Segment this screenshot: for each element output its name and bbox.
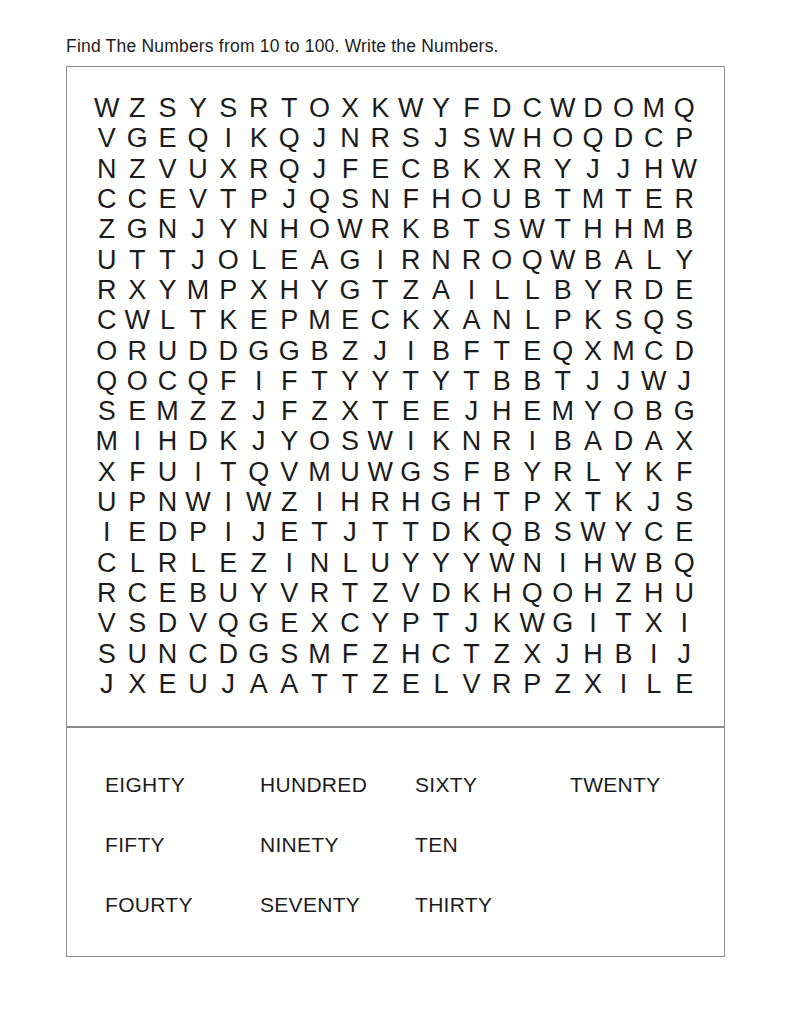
grid-cell[interactable]: I	[365, 245, 395, 275]
grid-cell[interactable]: R	[517, 154, 547, 184]
grid-cell[interactable]: S	[456, 124, 486, 154]
grid-cell[interactable]: C	[517, 94, 547, 124]
grid-cell[interactable]: I	[608, 669, 638, 699]
grid-cell[interactable]: H	[396, 487, 426, 517]
grid-cell[interactable]: N	[152, 639, 182, 669]
grid-cell[interactable]: T	[456, 639, 486, 669]
grid-cell[interactable]: R	[487, 669, 517, 699]
grid-cell[interactable]: O	[92, 336, 122, 366]
grid-cell[interactable]: P	[183, 518, 213, 548]
grid-cell[interactable]: H	[396, 639, 426, 669]
grid-cell[interactable]: S	[152, 94, 182, 124]
grid-cell[interactable]: C	[639, 124, 669, 154]
grid-cell[interactable]: A	[639, 427, 669, 457]
grid-cell[interactable]: J	[335, 518, 365, 548]
grid-cell[interactable]: Y	[426, 366, 456, 396]
grid-cell[interactable]: Z	[244, 548, 274, 578]
grid-cell[interactable]: I	[213, 124, 243, 154]
grid-cell[interactable]: O	[547, 124, 577, 154]
grid-cell[interactable]: T	[304, 518, 334, 548]
grid-cell[interactable]: N	[92, 154, 122, 184]
grid-cell[interactable]: Z	[365, 639, 395, 669]
grid-cell[interactable]: N	[244, 215, 274, 245]
grid-cell[interactable]: T	[365, 397, 395, 427]
grid-cell[interactable]: Q	[578, 124, 608, 154]
grid-cell[interactable]: T	[213, 457, 243, 487]
grid-cell[interactable]: L	[152, 306, 182, 336]
grid-cell[interactable]: Y	[274, 427, 304, 457]
grid-cell[interactable]: G	[547, 609, 577, 639]
grid-cell[interactable]: E	[517, 397, 547, 427]
grid-cell[interactable]: M	[183, 275, 213, 305]
grid-cell[interactable]: H	[152, 427, 182, 457]
grid-cell[interactable]: I	[639, 639, 669, 669]
grid-cell[interactable]: R	[244, 94, 274, 124]
grid-cell[interactable]: K	[213, 427, 243, 457]
grid-cell[interactable]: R	[304, 578, 334, 608]
grid-cell[interactable]: L	[517, 306, 547, 336]
grid-cell[interactable]: X	[487, 154, 517, 184]
grid-cell[interactable]: R	[487, 427, 517, 457]
grid-cell[interactable]: J	[92, 669, 122, 699]
grid-cell[interactable]: B	[517, 366, 547, 396]
grid-cell[interactable]: P	[517, 487, 547, 517]
grid-cell[interactable]: A	[456, 306, 486, 336]
grid-cell[interactable]: G	[335, 245, 365, 275]
grid-cell[interactable]: P	[244, 184, 274, 214]
grid-cell[interactable]: R	[152, 548, 182, 578]
grid-cell[interactable]: B	[487, 457, 517, 487]
grid-cell[interactable]: E	[639, 184, 669, 214]
grid-cell[interactable]: D	[152, 518, 182, 548]
grid-cell[interactable]: N	[152, 215, 182, 245]
grid-cell[interactable]: H	[456, 487, 486, 517]
grid-cell[interactable]: Q	[213, 609, 243, 639]
grid-cell[interactable]: J	[578, 366, 608, 396]
grid-cell[interactable]: S	[213, 94, 243, 124]
grid-cell[interactable]: R	[365, 215, 395, 245]
grid-cell[interactable]: S	[92, 639, 122, 669]
grid-cell[interactable]: A	[274, 669, 304, 699]
grid-cell[interactable]: H	[608, 215, 638, 245]
grid-cell[interactable]: W	[487, 124, 517, 154]
grid-cell[interactable]: V	[183, 609, 213, 639]
grid-cell[interactable]: H	[335, 487, 365, 517]
grid-cell[interactable]: S	[426, 457, 456, 487]
grid-cell[interactable]: E	[365, 154, 395, 184]
grid-cell[interactable]: X	[669, 427, 699, 457]
grid-cell[interactable]: K	[426, 427, 456, 457]
grid-cell[interactable]: D	[608, 427, 638, 457]
grid-cell[interactable]: W	[365, 457, 395, 487]
grid-cell[interactable]: K	[365, 94, 395, 124]
grid-cell[interactable]: K	[608, 487, 638, 517]
grid-cell[interactable]: B	[426, 215, 456, 245]
grid-cell[interactable]: F	[122, 457, 152, 487]
grid-cell[interactable]: K	[244, 124, 274, 154]
grid-cell[interactable]: B	[639, 548, 669, 578]
grid-cell[interactable]: J	[669, 366, 699, 396]
grid-cell[interactable]: T	[152, 245, 182, 275]
grid-cell[interactable]: T	[547, 215, 577, 245]
grid-cell[interactable]: U	[365, 548, 395, 578]
grid-cell[interactable]: R	[547, 457, 577, 487]
grid-cell[interactable]: W	[578, 518, 608, 548]
grid-cell[interactable]: W	[517, 215, 547, 245]
grid-cell[interactable]: P	[547, 306, 577, 336]
grid-cell[interactable]: J	[274, 184, 304, 214]
grid-cell[interactable]: A	[578, 427, 608, 457]
grid-cell[interactable]: Y	[426, 94, 456, 124]
grid-cell[interactable]: J	[244, 427, 274, 457]
grid-cell[interactable]: R	[456, 245, 486, 275]
grid-cell[interactable]: C	[639, 518, 669, 548]
grid-cell[interactable]: Z	[608, 578, 638, 608]
grid-cell[interactable]: P	[396, 609, 426, 639]
grid-cell[interactable]: E	[669, 275, 699, 305]
grid-cell[interactable]: D	[487, 94, 517, 124]
grid-cell[interactable]: J	[183, 245, 213, 275]
grid-cell[interactable]: T	[578, 487, 608, 517]
grid-cell[interactable]: J	[669, 639, 699, 669]
grid-cell[interactable]: U	[152, 457, 182, 487]
grid-cell[interactable]: J	[213, 669, 243, 699]
grid-cell[interactable]: Z	[396, 275, 426, 305]
grid-cell[interactable]: W	[639, 366, 669, 396]
grid-cell[interactable]: L	[517, 275, 547, 305]
grid-cell[interactable]: Z	[213, 397, 243, 427]
grid-cell[interactable]: X	[122, 669, 152, 699]
grid-cell[interactable]: J	[365, 336, 395, 366]
grid-cell[interactable]: N	[517, 548, 547, 578]
grid-cell[interactable]: P	[669, 124, 699, 154]
grid-cell[interactable]: R	[92, 578, 122, 608]
grid-cell[interactable]: F	[335, 639, 365, 669]
grid-cell[interactable]: Q	[487, 518, 517, 548]
grid-cell[interactable]: U	[92, 487, 122, 517]
grid-cell[interactable]: X	[244, 275, 274, 305]
grid-cell[interactable]: D	[213, 639, 243, 669]
grid-cell[interactable]: L	[426, 669, 456, 699]
grid-cell[interactable]: I	[517, 427, 547, 457]
grid-cell[interactable]: Y	[213, 215, 243, 245]
grid-cell[interactable]: W	[183, 487, 213, 517]
grid-cell[interactable]: C	[92, 306, 122, 336]
grid-cell[interactable]: Z	[304, 397, 334, 427]
grid-cell[interactable]: T	[608, 184, 638, 214]
grid-cell[interactable]: B	[517, 518, 547, 548]
grid-cell[interactable]: G	[244, 609, 274, 639]
grid-cell[interactable]: W	[335, 215, 365, 245]
grid-cell[interactable]: U	[92, 245, 122, 275]
grid-cell[interactable]: Y	[608, 518, 638, 548]
grid-cell[interactable]: F	[456, 94, 486, 124]
grid-cell[interactable]: Q	[517, 245, 547, 275]
grid-cell[interactable]: E	[669, 669, 699, 699]
grid-cell[interactable]: E	[669, 518, 699, 548]
grid-cell[interactable]: A	[426, 275, 456, 305]
grid-cell[interactable]: G	[244, 639, 274, 669]
grid-cell[interactable]: T	[456, 215, 486, 245]
grid-cell[interactable]: I	[183, 457, 213, 487]
grid-cell[interactable]: Q	[547, 336, 577, 366]
grid-cell[interactable]: G	[669, 397, 699, 427]
grid-cell[interactable]: D	[669, 336, 699, 366]
grid-cell[interactable]: I	[578, 609, 608, 639]
grid-cell[interactable]: R	[365, 124, 395, 154]
grid-cell[interactable]: O	[304, 427, 334, 457]
grid-cell[interactable]: J	[547, 639, 577, 669]
grid-cell[interactable]: L	[639, 669, 669, 699]
grid-cell[interactable]: O	[304, 215, 334, 245]
grid-cell[interactable]: L	[183, 548, 213, 578]
grid-cell[interactable]: Y	[456, 548, 486, 578]
grid-cell[interactable]: Y	[152, 275, 182, 305]
grid-cell[interactable]: J	[456, 609, 486, 639]
grid-cell[interactable]: Y	[396, 548, 426, 578]
grid-cell[interactable]: B	[426, 154, 456, 184]
grid-cell[interactable]: W	[244, 487, 274, 517]
grid-cell[interactable]: J	[244, 397, 274, 427]
grid-cell[interactable]: T	[213, 184, 243, 214]
grid-cell[interactable]: E	[152, 184, 182, 214]
grid-cell[interactable]: S	[335, 184, 365, 214]
grid-cell[interactable]: K	[578, 306, 608, 336]
grid-cell[interactable]: N	[304, 548, 334, 578]
grid-cell[interactable]: C	[396, 154, 426, 184]
grid-cell[interactable]: K	[456, 518, 486, 548]
grid-cell[interactable]: V	[92, 609, 122, 639]
grid-cell[interactable]: B	[487, 366, 517, 396]
grid-cell[interactable]: N	[456, 427, 486, 457]
grid-cell[interactable]: B	[578, 245, 608, 275]
grid-cell[interactable]: V	[274, 457, 304, 487]
grid-cell[interactable]: Q	[183, 124, 213, 154]
grid-cell[interactable]: F	[669, 457, 699, 487]
grid-cell[interactable]: W	[487, 548, 517, 578]
grid-cell[interactable]: R	[396, 245, 426, 275]
grid-cell[interactable]: S	[122, 609, 152, 639]
grid-cell[interactable]: T	[122, 245, 152, 275]
grid-cell[interactable]: Y	[244, 578, 274, 608]
grid-cell[interactable]: Y	[547, 154, 577, 184]
grid-cell[interactable]: Y	[578, 275, 608, 305]
grid-cell[interactable]: T	[456, 366, 486, 396]
grid-cell[interactable]: Q	[183, 366, 213, 396]
grid-cell[interactable]: R	[365, 487, 395, 517]
grid-cell[interactable]: A	[244, 669, 274, 699]
grid-cell[interactable]: K	[487, 609, 517, 639]
grid-cell[interactable]: J	[304, 154, 334, 184]
grid-cell[interactable]: K	[639, 457, 669, 487]
grid-cell[interactable]: H	[274, 275, 304, 305]
grid-cell[interactable]: U	[122, 639, 152, 669]
grid-cell[interactable]: X	[578, 336, 608, 366]
grid-cell[interactable]: E	[152, 669, 182, 699]
grid-cell[interactable]: C	[365, 306, 395, 336]
grid-cell[interactable]: K	[456, 578, 486, 608]
grid-cell[interactable]: J	[608, 154, 638, 184]
grid-cell[interactable]: E	[396, 397, 426, 427]
grid-cell[interactable]: U	[487, 184, 517, 214]
grid-cell[interactable]: X	[517, 639, 547, 669]
grid-cell[interactable]: O	[608, 397, 638, 427]
grid-cell[interactable]: R	[608, 275, 638, 305]
grid-cell[interactable]: R	[244, 154, 274, 184]
grid-cell[interactable]: B	[183, 578, 213, 608]
grid-cell[interactable]: Z	[365, 578, 395, 608]
grid-cell[interactable]: I	[304, 487, 334, 517]
grid-cell[interactable]: V	[92, 124, 122, 154]
grid-cell[interactable]: Y	[183, 94, 213, 124]
grid-cell[interactable]: E	[122, 397, 152, 427]
grid-cell[interactable]: W	[365, 427, 395, 457]
grid-cell[interactable]: R	[92, 275, 122, 305]
grid-cell[interactable]: C	[426, 639, 456, 669]
grid-cell[interactable]: D	[213, 336, 243, 366]
grid-cell[interactable]: T	[426, 609, 456, 639]
grid-cell[interactable]: I	[213, 487, 243, 517]
grid-cell[interactable]: T	[183, 306, 213, 336]
grid-cell[interactable]: O	[213, 245, 243, 275]
grid-cell[interactable]: G	[244, 336, 274, 366]
grid-cell[interactable]: B	[639, 397, 669, 427]
grid-cell[interactable]: H	[578, 548, 608, 578]
grid-cell[interactable]: Z	[122, 94, 152, 124]
grid-cell[interactable]: J	[578, 154, 608, 184]
grid-cell[interactable]: M	[639, 94, 669, 124]
grid-cell[interactable]: N	[335, 124, 365, 154]
grid-cell[interactable]: M	[608, 336, 638, 366]
grid-cell[interactable]: T	[365, 275, 395, 305]
grid-cell[interactable]: E	[396, 669, 426, 699]
grid-cell[interactable]: C	[122, 184, 152, 214]
grid-cell[interactable]: E	[122, 518, 152, 548]
grid-cell[interactable]: I	[213, 518, 243, 548]
grid-cell[interactable]: U	[183, 669, 213, 699]
grid-cell[interactable]: Y	[365, 609, 395, 639]
grid-cell[interactable]: C	[183, 639, 213, 669]
grid-cell[interactable]: Z	[92, 215, 122, 245]
grid-cell[interactable]: S	[396, 124, 426, 154]
grid-cell[interactable]: Y	[304, 275, 334, 305]
grid-cell[interactable]: M	[578, 184, 608, 214]
grid-cell[interactable]: S	[669, 306, 699, 336]
grid-cell[interactable]: K	[213, 306, 243, 336]
grid-cell[interactable]: H	[274, 215, 304, 245]
grid-cell[interactable]: Q	[639, 306, 669, 336]
grid-cell[interactable]: Q	[669, 548, 699, 578]
grid-cell[interactable]: U	[335, 457, 365, 487]
grid-cell[interactable]: E	[335, 306, 365, 336]
grid-cell[interactable]: X	[426, 306, 456, 336]
grid-cell[interactable]: W	[517, 609, 547, 639]
grid-cell[interactable]: D	[426, 518, 456, 548]
grid-cell[interactable]: M	[304, 306, 334, 336]
grid-cell[interactable]: I	[244, 366, 274, 396]
grid-cell[interactable]: M	[304, 639, 334, 669]
grid-cell[interactable]: I	[122, 427, 152, 457]
grid-cell[interactable]: D	[183, 336, 213, 366]
grid-cell[interactable]: K	[456, 154, 486, 184]
grid-cell[interactable]: D	[608, 124, 638, 154]
grid-cell[interactable]: H	[639, 154, 669, 184]
grid-cell[interactable]: R	[669, 184, 699, 214]
grid-cell[interactable]: S	[669, 487, 699, 517]
grid-cell[interactable]: Q	[92, 366, 122, 396]
grid-cell[interactable]: Q	[274, 124, 304, 154]
grid-cell[interactable]: R	[122, 336, 152, 366]
grid-cell[interactable]: M	[304, 457, 334, 487]
grid-cell[interactable]: O	[608, 94, 638, 124]
grid-cell[interactable]: J	[183, 215, 213, 245]
grid-cell[interactable]: C	[152, 366, 182, 396]
grid-cell[interactable]: C	[335, 609, 365, 639]
grid-cell[interactable]: T	[487, 487, 517, 517]
grid-cell[interactable]: J	[456, 397, 486, 427]
grid-cell[interactable]: X	[304, 609, 334, 639]
grid-cell[interactable]: M	[639, 215, 669, 245]
grid-cell[interactable]: N	[487, 306, 517, 336]
grid-cell[interactable]: C	[122, 578, 152, 608]
grid-cell[interactable]: E	[517, 336, 547, 366]
grid-cell[interactable]: S	[335, 427, 365, 457]
grid-cell[interactable]: O	[456, 184, 486, 214]
grid-cell[interactable]: L	[487, 275, 517, 305]
grid-cell[interactable]: B	[517, 184, 547, 214]
grid-cell[interactable]: G	[122, 215, 152, 245]
grid-cell[interactable]: H	[578, 215, 608, 245]
grid-cell[interactable]: X	[335, 397, 365, 427]
grid-cell[interactable]: E	[213, 548, 243, 578]
grid-cell[interactable]: L	[122, 548, 152, 578]
grid-cell[interactable]: K	[396, 215, 426, 245]
grid-cell[interactable]: U	[669, 578, 699, 608]
grid-cell[interactable]: D	[152, 609, 182, 639]
grid-cell[interactable]: S	[547, 518, 577, 548]
grid-cell[interactable]: I	[92, 518, 122, 548]
grid-cell[interactable]: T	[335, 669, 365, 699]
grid-cell[interactable]: J	[244, 518, 274, 548]
grid-cell[interactable]: Z	[335, 336, 365, 366]
grid-cell[interactable]: O	[122, 366, 152, 396]
grid-cell[interactable]: F	[274, 397, 304, 427]
grid-cell[interactable]: E	[152, 578, 182, 608]
grid-cell[interactable]: E	[244, 306, 274, 336]
grid-cell[interactable]: D	[578, 94, 608, 124]
grid-cell[interactable]: W	[122, 306, 152, 336]
grid-cell[interactable]: F	[213, 366, 243, 396]
grid-cell[interactable]: U	[152, 336, 182, 366]
grid-cell[interactable]: Y	[365, 366, 395, 396]
grid-cell[interactable]: S	[92, 397, 122, 427]
grid-cell[interactable]: B	[426, 336, 456, 366]
grid-cell[interactable]: Y	[669, 245, 699, 275]
grid-cell[interactable]: T	[304, 366, 334, 396]
grid-cell[interactable]: S	[274, 639, 304, 669]
grid-cell[interactable]: E	[426, 397, 456, 427]
grid-cell[interactable]: F	[335, 154, 365, 184]
grid-cell[interactable]: H	[426, 184, 456, 214]
grid-cell[interactable]: W	[669, 154, 699, 184]
grid-cell[interactable]: X	[578, 669, 608, 699]
grid-cell[interactable]: I	[456, 275, 486, 305]
grid-cell[interactable]: L	[578, 457, 608, 487]
grid-cell[interactable]: D	[639, 275, 669, 305]
grid-cell[interactable]: A	[304, 245, 334, 275]
grid-cell[interactable]: H	[487, 578, 517, 608]
grid-cell[interactable]: J	[304, 124, 334, 154]
